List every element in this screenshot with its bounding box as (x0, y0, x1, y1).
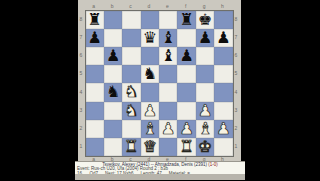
square-c3: ♞ (122, 102, 140, 120)
square-g3: ♟ (196, 102, 214, 120)
square-b5 (104, 65, 122, 83)
square-c5 (122, 65, 140, 83)
rank-label-8: 8 (234, 10, 239, 28)
square-h2: ♟ (214, 120, 232, 138)
square-a2 (86, 120, 104, 138)
piece-white-pawn-d3: ♟ (141, 102, 159, 120)
square-h6 (214, 47, 232, 65)
square-d4 (141, 83, 159, 101)
piece-white-pawn-f2: ♟ (177, 120, 195, 138)
square-c1: ♜ (122, 138, 140, 156)
rank-label-4: 4 (234, 83, 239, 101)
file-label-d: d (140, 3, 158, 9)
square-b8 (104, 11, 122, 29)
square-b7 (104, 29, 122, 47)
square-e2: ♟ (159, 120, 177, 138)
square-a4 (86, 83, 104, 101)
square-d5: ♞ (141, 65, 159, 83)
game-info-bar: Tsvetkov, Alexey (2441) -- Ahmadzada, De… (75, 161, 245, 175)
piece-white-rook-f1: ♜ (177, 138, 195, 156)
piece-white-knight-c4: ♞ (122, 83, 140, 101)
square-c8 (122, 11, 140, 29)
file-label-c: c (121, 3, 139, 9)
square-g4 (196, 83, 214, 101)
file-label-g: g (195, 3, 213, 9)
rank-labels-left: 87654321 (79, 10, 84, 155)
square-e3 (159, 102, 177, 120)
file-label-h: h (213, 3, 231, 9)
rank-label-5: 5 (234, 64, 239, 82)
square-f8: ♜ (177, 11, 195, 29)
square-g6 (196, 47, 214, 65)
square-e5 (159, 65, 177, 83)
piece-white-queen-d1: ♛ (141, 138, 159, 156)
square-a5 (86, 65, 104, 83)
square-e4 (159, 83, 177, 101)
square-f3 (177, 102, 195, 120)
square-h3 (214, 102, 232, 120)
square-a1 (86, 138, 104, 156)
square-h4 (214, 83, 232, 101)
square-f4 (177, 83, 195, 101)
square-b2 (104, 120, 122, 138)
rank-label-1: 1 (234, 137, 239, 155)
piece-black-pawn-h7: ♟ (214, 29, 232, 47)
pillarbox-right (241, 0, 320, 180)
game-result: (1-0) (208, 162, 218, 167)
square-c7 (122, 29, 140, 47)
piece-white-pawn-h2: ♟ (214, 120, 232, 138)
piece-white-bishop-d2: ♝ (141, 120, 159, 138)
rank-label-6: 6 (79, 46, 84, 64)
rank-label-3: 3 (234, 101, 239, 119)
square-h7: ♟ (214, 29, 232, 47)
piece-black-pawn-g7: ♟ (196, 29, 214, 47)
file-label-b: b (103, 3, 121, 9)
piece-black-pawn-b6: ♟ (104, 47, 122, 65)
square-b1 (104, 138, 122, 156)
file-labels-top: abcdefgh (85, 3, 232, 9)
square-d7: ♛ (141, 29, 159, 47)
square-h8 (214, 11, 232, 29)
square-c2 (122, 120, 140, 138)
piece-white-knight-c3: ♞ (122, 102, 140, 120)
piece-white-pawn-e2: ♟ (159, 120, 177, 138)
file-label-f: f (176, 3, 194, 9)
square-e8 (159, 11, 177, 29)
square-f5 (177, 65, 195, 83)
square-d2: ♝ (141, 120, 159, 138)
square-a3 (86, 102, 104, 120)
piece-black-bishop-e6: ♝ (159, 47, 177, 65)
square-f1: ♜ (177, 138, 195, 156)
piece-white-pawn-g3: ♟ (196, 102, 214, 120)
info-bar-footer-strip (75, 174, 245, 181)
square-e6: ♝ (159, 47, 177, 65)
square-a8: ♜ (86, 11, 104, 29)
square-f2: ♟ (177, 120, 195, 138)
square-d6 (141, 47, 159, 65)
square-e7: ♝ (159, 29, 177, 47)
piece-black-pawn-a7: ♟ (86, 29, 104, 47)
square-d1: ♛ (141, 138, 159, 156)
piece-black-rook-f8: ♜ (177, 11, 195, 29)
rank-label-2: 2 (234, 119, 239, 137)
square-g7: ♟ (196, 29, 214, 47)
rank-label-2: 2 (79, 119, 84, 137)
square-a6 (86, 47, 104, 65)
piece-black-knight-d5: ♞ (141, 65, 159, 83)
piece-black-rook-a8: ♜ (86, 11, 104, 29)
file-label-e: e (158, 3, 176, 9)
rank-label-7: 7 (234, 28, 239, 46)
piece-black-pawn-f6: ♟ (177, 47, 195, 65)
square-b6: ♟ (104, 47, 122, 65)
square-h5 (214, 65, 232, 83)
square-e1 (159, 138, 177, 156)
rank-labels-right: 87654321 (234, 10, 239, 155)
chess-board: ♜♜♚♟♛♝♟♟♟♝♟♞♞♞♞♟♟♝♟♟♝♟♜♛♜♚ (85, 10, 234, 157)
square-c4: ♞ (122, 83, 140, 101)
rank-label-5: 5 (79, 64, 84, 82)
file-label-a: a (85, 3, 103, 9)
piece-black-bishop-e7: ♝ (159, 29, 177, 47)
square-b4: ♞ (104, 83, 122, 101)
rank-label-7: 7 (79, 28, 84, 46)
rank-label-6: 6 (234, 46, 239, 64)
diagram-panel: abcdefgh 87654321 ♜♜♚♟♛♝♟♟♟♝♟♞♞♞♞♟♟♝♟♟♝♟… (78, 0, 241, 180)
square-c6 (122, 47, 140, 65)
pillarbox-left (0, 0, 78, 180)
rank-label-3: 3 (79, 101, 84, 119)
piece-black-queen-d7: ♛ (141, 29, 159, 47)
square-g5 (196, 65, 214, 83)
rank-label-4: 4 (79, 83, 84, 101)
square-d3: ♟ (141, 102, 159, 120)
rank-label-8: 8 (79, 10, 84, 28)
square-a7: ♟ (86, 29, 104, 47)
piece-white-bishop-g2: ♝ (196, 120, 214, 138)
piece-black-knight-b4: ♞ (104, 83, 122, 101)
piece-black-king-g8: ♚ (196, 11, 214, 29)
piece-white-rook-c1: ♜ (122, 138, 140, 156)
square-g8: ♚ (196, 11, 214, 29)
piece-white-king-g1: ♚ (196, 138, 214, 156)
square-g1: ♚ (196, 138, 214, 156)
square-b3 (104, 102, 122, 120)
square-f6: ♟ (177, 47, 195, 65)
square-h1 (214, 138, 232, 156)
square-f7 (177, 29, 195, 47)
square-d8 (141, 11, 159, 29)
rank-label-1: 1 (79, 137, 84, 155)
square-g2: ♝ (196, 120, 214, 138)
